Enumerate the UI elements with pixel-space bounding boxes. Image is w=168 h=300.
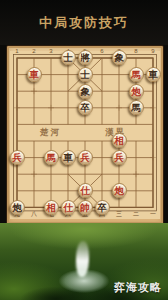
black-piece-車[interactable]: 車 <box>61 150 76 165</box>
black-piece-士[interactable]: 士 <box>61 50 76 65</box>
red-piece-相[interactable]: 相 <box>112 133 127 148</box>
red-piece-仕[interactable]: 仕 <box>61 200 76 215</box>
red-piece-炮[interactable]: 炮 <box>129 84 144 99</box>
black-piece-炮[interactable]: 炮 <box>10 200 25 215</box>
piece-layer: 士將象車士馬車象炮卒馬相兵馬車兵兵仕炮炮相仕帥卒 <box>9 50 162 216</box>
waterfall-image <box>75 241 89 277</box>
red-piece-炮[interactable]: 炮 <box>112 183 127 198</box>
screenshot-root: 中局攻防技巧 123456789 九八七六五四三二一 楚河 漢界 士將象車士馬車… <box>0 0 168 300</box>
black-piece-士[interactable]: 士 <box>78 67 93 82</box>
nature-photo: 弈海攻略 <box>0 223 168 300</box>
black-piece-卒[interactable]: 卒 <box>78 100 93 115</box>
red-piece-帥[interactable]: 帥 <box>78 200 93 215</box>
black-piece-象[interactable]: 象 <box>112 50 127 65</box>
red-piece-兵[interactable]: 兵 <box>10 150 25 165</box>
page-title: 中局攻防技巧 <box>0 14 168 32</box>
black-piece-卒[interactable]: 卒 <box>95 200 110 215</box>
red-piece-相[interactable]: 相 <box>44 200 59 215</box>
red-piece-馬[interactable]: 馬 <box>44 150 59 165</box>
black-piece-馬[interactable]: 馬 <box>129 100 144 115</box>
red-piece-車[interactable]: 車 <box>27 67 42 82</box>
watermark-text: 弈海攻略 <box>114 280 162 295</box>
red-piece-馬[interactable]: 馬 <box>129 67 144 82</box>
xiangqi-board[interactable]: 123456789 九八七六五四三二一 楚河 漢界 士將象車士馬車象炮卒馬相兵馬… <box>6 45 164 225</box>
red-piece-仕[interactable]: 仕 <box>78 183 93 198</box>
black-piece-象[interactable]: 象 <box>78 84 93 99</box>
title-bar: 中局攻防技巧 <box>0 0 168 45</box>
red-piece-兵[interactable]: 兵 <box>78 150 93 165</box>
black-piece-車[interactable]: 車 <box>146 67 161 82</box>
red-piece-兵[interactable]: 兵 <box>112 150 127 165</box>
black-piece-將[interactable]: 將 <box>78 50 93 65</box>
